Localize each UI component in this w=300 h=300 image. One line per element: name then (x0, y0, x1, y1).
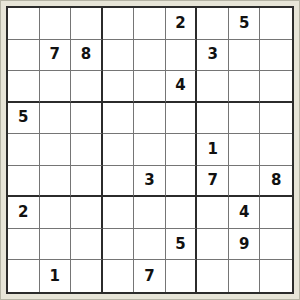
cell-r5c8[interactable] (229, 134, 261, 166)
cell-r4c1: 5 (8, 103, 40, 135)
cell-r4c6[interactable] (166, 103, 198, 135)
cell-r3c1[interactable] (8, 71, 40, 103)
cell-r4c3[interactable] (71, 103, 103, 135)
cell-r5c1[interactable] (8, 134, 40, 166)
sudoku-board: 25783451378245917 (6, 6, 294, 294)
cell-r9c7[interactable] (197, 260, 229, 292)
cell-r1c5[interactable] (134, 8, 166, 40)
cell-r9c9[interactable] (260, 260, 292, 292)
cell-r9c5: 7 (134, 260, 166, 292)
cell-r6c5: 3 (134, 166, 166, 198)
cell-r9c3[interactable] (71, 260, 103, 292)
cell-r5c3[interactable] (71, 134, 103, 166)
cell-r5c5[interactable] (134, 134, 166, 166)
cell-r7c6[interactable] (166, 197, 198, 229)
cell-r7c4[interactable] (103, 197, 135, 229)
cell-r6c7: 7 (197, 166, 229, 198)
cell-r2c2: 7 (40, 40, 72, 72)
cell-r3c8[interactable] (229, 71, 261, 103)
cell-r5c6[interactable] (166, 134, 198, 166)
cell-r1c4[interactable] (103, 8, 135, 40)
cell-r7c5[interactable] (134, 197, 166, 229)
cell-r8c9[interactable] (260, 229, 292, 261)
cell-r4c5[interactable] (134, 103, 166, 135)
cell-r1c3[interactable] (71, 8, 103, 40)
cell-r7c1: 2 (8, 197, 40, 229)
cell-r2c8[interactable] (229, 40, 261, 72)
cell-r5c7: 1 (197, 134, 229, 166)
cell-r2c9[interactable] (260, 40, 292, 72)
cell-r1c8: 5 (229, 8, 261, 40)
cell-r7c2[interactable] (40, 197, 72, 229)
cell-r4c7[interactable] (197, 103, 229, 135)
cell-r1c6: 2 (166, 8, 198, 40)
cell-r3c2[interactable] (40, 71, 72, 103)
cell-r6c4[interactable] (103, 166, 135, 198)
cell-r3c4[interactable] (103, 71, 135, 103)
cell-r9c4[interactable] (103, 260, 135, 292)
cell-r8c7[interactable] (197, 229, 229, 261)
cell-r1c1[interactable] (8, 8, 40, 40)
cell-r2c1[interactable] (8, 40, 40, 72)
cell-r5c2[interactable] (40, 134, 72, 166)
cell-r6c8[interactable] (229, 166, 261, 198)
cell-r5c4[interactable] (103, 134, 135, 166)
cell-r9c2: 1 (40, 260, 72, 292)
cell-r6c2[interactable] (40, 166, 72, 198)
cell-r2c3: 8 (71, 40, 103, 72)
cell-r8c1[interactable] (8, 229, 40, 261)
cell-r7c8: 4 (229, 197, 261, 229)
cell-r1c7[interactable] (197, 8, 229, 40)
cell-r1c2[interactable] (40, 8, 72, 40)
cell-r2c4[interactable] (103, 40, 135, 72)
cell-r8c8: 9 (229, 229, 261, 261)
cell-r8c6: 5 (166, 229, 198, 261)
cell-r7c9[interactable] (260, 197, 292, 229)
cell-r1c9[interactable] (260, 8, 292, 40)
cell-r3c7[interactable] (197, 71, 229, 103)
cell-r6c9: 8 (260, 166, 292, 198)
cell-r7c7[interactable] (197, 197, 229, 229)
cell-r5c9[interactable] (260, 134, 292, 166)
cell-r4c8[interactable] (229, 103, 261, 135)
cell-r9c6[interactable] (166, 260, 198, 292)
cell-r2c5[interactable] (134, 40, 166, 72)
cell-r7c3[interactable] (71, 197, 103, 229)
cell-r3c5[interactable] (134, 71, 166, 103)
cell-r4c2[interactable] (40, 103, 72, 135)
cell-r9c8[interactable] (229, 260, 261, 292)
cell-r3c3[interactable] (71, 71, 103, 103)
cell-r8c4[interactable] (103, 229, 135, 261)
cell-r6c1[interactable] (8, 166, 40, 198)
cell-r3c6: 4 (166, 71, 198, 103)
board-frame: 25783451378245917 (0, 0, 300, 300)
cell-r6c6[interactable] (166, 166, 198, 198)
cell-r2c6[interactable] (166, 40, 198, 72)
cell-r9c1[interactable] (8, 260, 40, 292)
cell-r8c3[interactable] (71, 229, 103, 261)
cell-r3c9[interactable] (260, 71, 292, 103)
cell-r8c2[interactable] (40, 229, 72, 261)
cell-r4c4[interactable] (103, 103, 135, 135)
cell-r2c7: 3 (197, 40, 229, 72)
cell-r4c9[interactable] (260, 103, 292, 135)
cell-r6c3[interactable] (71, 166, 103, 198)
cell-r8c5[interactable] (134, 229, 166, 261)
